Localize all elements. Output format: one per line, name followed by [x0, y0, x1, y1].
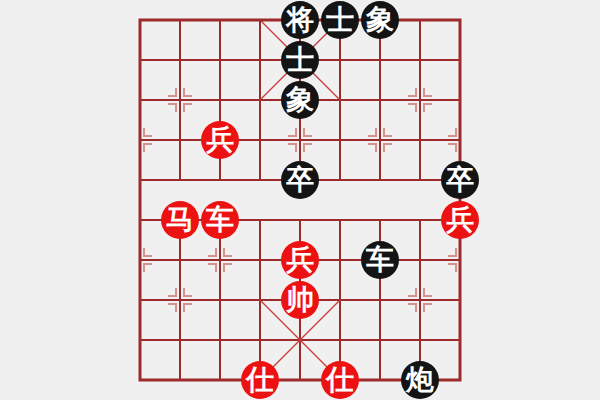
piece-black-general[interactable]: 将 — [281, 1, 319, 39]
piece-black-cannon[interactable]: 炮 — [401, 361, 439, 399]
piece-red-soldier[interactable]: 兵 — [281, 241, 319, 279]
piece-black-advisor[interactable]: 士 — [321, 1, 359, 39]
piece-red-general[interactable]: 帅 — [281, 281, 319, 319]
piece-red-soldier[interactable]: 兵 — [441, 201, 479, 239]
piece-black-elephant[interactable]: 象 — [361, 1, 399, 39]
piece-black-soldier[interactable]: 卒 — [281, 161, 319, 199]
piece-black-advisor[interactable]: 士 — [281, 41, 319, 79]
pieces-layer: 将士象士象兵卒卒马车兵兵车帅仕仕炮 — [120, 0, 480, 400]
piece-red-advisor[interactable]: 仕 — [241, 361, 279, 399]
piece-red-soldier[interactable]: 兵 — [201, 121, 239, 159]
piece-black-chariot[interactable]: 车 — [361, 241, 399, 279]
piece-red-advisor[interactable]: 仕 — [321, 361, 359, 399]
piece-red-chariot[interactable]: 车 — [201, 201, 239, 239]
piece-black-soldier[interactable]: 卒 — [441, 161, 479, 199]
xiangqi-board[interactable]: 将士象士象兵卒卒马车兵兵车帅仕仕炮 — [0, 0, 600, 400]
piece-black-elephant[interactable]: 象 — [281, 81, 319, 119]
piece-red-horse[interactable]: 马 — [161, 201, 199, 239]
